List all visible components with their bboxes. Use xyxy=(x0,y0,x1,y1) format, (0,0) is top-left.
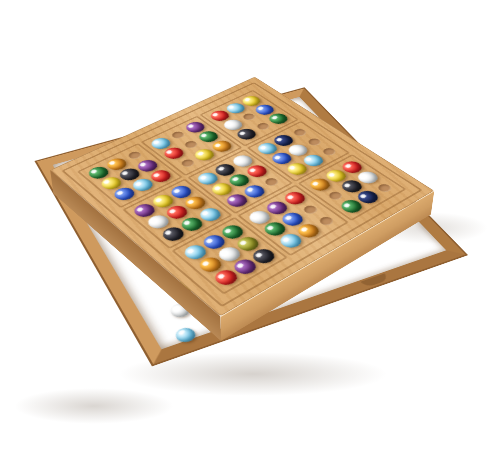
product-photo-stage xyxy=(0,0,496,470)
sudoku-board-box xyxy=(53,99,431,341)
drawer-shadow-left xyxy=(14,388,174,424)
drawer-finger-notch xyxy=(361,273,390,287)
loose-stone-cyan-lower_left_tray[interactable] xyxy=(173,326,199,345)
